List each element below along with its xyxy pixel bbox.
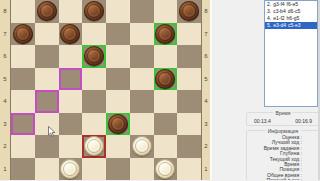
square-c3[interactable] [59, 113, 83, 136]
square-e1[interactable] [106, 158, 130, 181]
square-d7[interactable] [82, 23, 106, 46]
rank-label-4: 4 [202, 90, 210, 113]
square-g4[interactable] [154, 90, 178, 113]
square-d3[interactable] [82, 113, 106, 136]
move-row-2[interactable]: 2.g3-f4f6-e5 [265, 1, 317, 8]
clock-group-label: Время [273, 110, 292, 116]
rank-label-1: 1 [202, 158, 210, 181]
square-b2[interactable] [35, 135, 59, 158]
square-h2[interactable] [177, 135, 201, 158]
square-f4[interactable] [130, 90, 154, 113]
square-h1[interactable] [177, 158, 201, 181]
square-f1[interactable] [130, 158, 154, 181]
square-b6[interactable] [35, 45, 59, 68]
rank-label-7: 7 [0, 23, 10, 46]
rank-label-5: 5 [202, 68, 210, 91]
square-g8[interactable] [154, 0, 178, 23]
white-piece-f2[interactable] [132, 136, 152, 156]
rank-label-2: 2 [202, 135, 210, 158]
square-f7[interactable] [130, 23, 154, 46]
square-c1[interactable] [59, 158, 83, 181]
square-b3[interactable] [35, 113, 59, 136]
square-a2[interactable] [11, 135, 35, 158]
square-g7[interactable] [154, 23, 178, 46]
square-c4[interactable] [59, 90, 83, 113]
square-e8[interactable] [106, 0, 130, 23]
dark-piece-a7[interactable] [13, 24, 33, 44]
square-b4[interactable] [35, 90, 59, 113]
square-a3[interactable] [11, 113, 35, 136]
move-list[interactable]: 2.g3-f4f6-e53.c3-b4d6-c54.e1-f2h6-g55.e3… [264, 0, 318, 107]
square-h8[interactable] [177, 0, 201, 23]
square-a1[interactable] [11, 158, 35, 181]
rank-label-2: 2 [0, 135, 10, 158]
square-d6[interactable] [82, 45, 106, 68]
board-grid[interactable] [10, 0, 202, 180]
rank-label-4: 4 [0, 90, 10, 113]
square-a8[interactable] [11, 0, 35, 23]
square-h7[interactable] [177, 23, 201, 46]
square-g2[interactable] [154, 135, 178, 158]
square-d4[interactable] [82, 90, 106, 113]
dark-piece-d8[interactable] [84, 1, 104, 21]
square-h4[interactable] [177, 90, 201, 113]
square-e6[interactable] [106, 45, 130, 68]
rank-label-8: 8 [0, 0, 10, 23]
square-f2[interactable] [130, 135, 154, 158]
rank-label-5: 5 [0, 68, 10, 91]
white-piece-d2[interactable] [84, 136, 104, 156]
dark-piece-b8[interactable] [37, 1, 57, 21]
square-f5[interactable] [130, 68, 154, 91]
square-d1[interactable] [82, 158, 106, 181]
square-a6[interactable] [11, 45, 35, 68]
square-b1[interactable] [35, 158, 59, 181]
white-piece-c1[interactable] [60, 159, 80, 179]
square-c7[interactable] [59, 23, 83, 46]
square-g3[interactable] [154, 113, 178, 136]
dark-piece-g7[interactable] [155, 24, 175, 44]
square-g5[interactable] [154, 68, 178, 91]
square-f6[interactable] [130, 45, 154, 68]
square-d2[interactable] [82, 135, 106, 158]
rank-label-8: 8 [202, 0, 210, 23]
rank-label-6: 6 [0, 45, 10, 68]
move-row-3[interactable]: 3.c3-b4d6-c5 [265, 8, 317, 15]
square-g6[interactable] [154, 45, 178, 68]
dark-piece-d6[interactable] [84, 46, 104, 66]
square-e2[interactable] [106, 135, 130, 158]
square-e7[interactable] [106, 23, 130, 46]
square-e5[interactable] [106, 68, 130, 91]
side-panel: 2.g3-f4f6-e53.c3-b4d6-c54.e1-f2h6-g55.e3… [210, 0, 320, 180]
square-a7[interactable] [11, 23, 35, 46]
square-e4[interactable] [106, 90, 130, 113]
info-group: Информация Оценка :Лучший ход :Время зад… [246, 130, 320, 180]
rank-label-3: 3 [0, 113, 10, 136]
square-b7[interactable] [35, 23, 59, 46]
square-c2[interactable] [59, 135, 83, 158]
square-g1[interactable] [154, 158, 178, 181]
square-f8[interactable] [130, 0, 154, 23]
dark-piece-g5[interactable] [155, 69, 175, 89]
square-h3[interactable] [177, 113, 201, 136]
square-b5[interactable] [35, 68, 59, 91]
dark-piece-h8[interactable] [179, 1, 199, 21]
rank-label-7: 7 [202, 23, 210, 46]
square-a4[interactable] [11, 90, 35, 113]
white-clock: 00:13.4 [254, 118, 271, 124]
rank-label-3: 3 [202, 113, 210, 136]
rank-labels-right: 87654321 [202, 0, 210, 180]
info-fields: Оценка :Лучший ход :Время задания :Глуби… [247, 131, 319, 180]
square-d8[interactable] [82, 0, 106, 23]
rank-label-1: 1 [0, 158, 10, 181]
info-field-8: Позиций в сек : [247, 178, 319, 180]
square-f3[interactable] [130, 113, 154, 136]
square-a5[interactable] [11, 68, 35, 91]
move-row-4[interactable]: 4.e1-f2h6-g5 [265, 15, 317, 22]
square-c8[interactable] [59, 0, 83, 23]
dark-piece-e3[interactable] [108, 114, 128, 134]
square-h5[interactable] [177, 68, 201, 91]
square-e3[interactable] [106, 113, 130, 136]
square-h6[interactable] [177, 45, 201, 68]
white-piece-g1[interactable] [155, 159, 175, 179]
info-group-label: Информация [266, 128, 301, 134]
dark-piece-c7[interactable] [60, 24, 80, 44]
checkers-board: 87654321 87654321 [0, 0, 210, 180]
move-row-5[interactable]: 5.e3-d4c5-e3 [265, 22, 317, 29]
square-d5[interactable] [82, 68, 106, 91]
black-clock: 00:16.9 [295, 118, 312, 124]
rank-label-6: 6 [202, 45, 210, 68]
square-c6[interactable] [59, 45, 83, 68]
clock-group: Время 00:13.4 00:16.9 [246, 112, 320, 126]
rank-labels-left: 87654321 [0, 0, 10, 180]
square-b8[interactable] [35, 0, 59, 23]
square-c5[interactable] [59, 68, 83, 91]
